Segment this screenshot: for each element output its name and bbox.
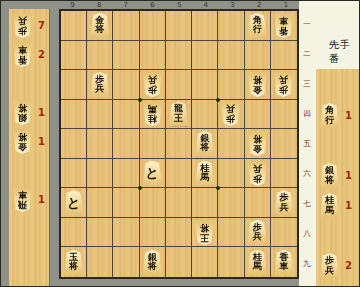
- rank-label: 二: [300, 49, 314, 59]
- square-6e[interactable]: [140, 129, 166, 159]
- square-9b[interactable]: [61, 41, 87, 71]
- piece-kanji: 行: [253, 25, 262, 35]
- piece-sente[interactable]: 桂馬: [319, 193, 340, 218]
- square-2e[interactable]: 金将: [245, 129, 271, 159]
- piece-sente[interactable]: 歩兵: [319, 253, 340, 278]
- square-7e[interactable]: [113, 129, 139, 159]
- gote-hand-tray: 歩兵7香車2銀将1金将1飛車1: [9, 9, 50, 287]
- star-point: [216, 186, 220, 190]
- square-3b[interactable]: [218, 41, 244, 71]
- piece-sente[interactable]: 玉将: [63, 250, 84, 275]
- square-1a[interactable]: 香車: [271, 11, 297, 41]
- piece-kanji: 将: [325, 176, 334, 186]
- rank-label: 七: [300, 199, 314, 209]
- square-9f[interactable]: [61, 159, 87, 189]
- piece-kanji: 歩: [279, 84, 288, 94]
- piece-kanji: 歩: [253, 173, 262, 183]
- file-label: 9: [59, 1, 86, 9]
- piece-kanji: 桂: [148, 114, 157, 124]
- square-7i[interactable]: [113, 247, 139, 277]
- piece-kanji: 兵: [253, 232, 262, 242]
- square-8f[interactable]: [87, 159, 113, 189]
- square-9h[interactable]: [61, 218, 87, 248]
- piece-kanji: 兵: [18, 16, 27, 26]
- square-4i[interactable]: [192, 247, 218, 277]
- square-9c[interactable]: [61, 70, 87, 100]
- rank-label: 三: [300, 79, 314, 89]
- piece-kanji: 兵: [279, 75, 288, 85]
- hand-count: 2: [345, 260, 352, 271]
- piece-kanji: 金: [18, 142, 27, 152]
- piece-kanji: 兵: [279, 203, 288, 213]
- piece-kanji: 馬: [253, 262, 262, 272]
- piece-kanji: 将: [148, 262, 157, 272]
- square-1f[interactable]: [271, 159, 297, 189]
- hand-slot-gote[interactable]: 香車2: [12, 42, 45, 67]
- piece-kanji: 車: [279, 262, 288, 272]
- square-1d[interactable]: [271, 100, 297, 130]
- hand-count: 1: [345, 110, 352, 121]
- square-1i[interactable]: 香車: [271, 247, 297, 277]
- square-9d[interactable]: [61, 100, 87, 130]
- piece-gote[interactable]: 金将: [247, 131, 268, 156]
- square-8b[interactable]: [87, 41, 113, 71]
- piece-kanji: 将: [253, 134, 262, 144]
- square-6a[interactable]: [140, 11, 166, 41]
- piece-gote[interactable]: 歩兵: [220, 101, 241, 126]
- star-point: [138, 186, 142, 190]
- piece-kanji: 車: [18, 45, 27, 55]
- piece-kanji: 歩: [148, 84, 157, 94]
- square-5e[interactable]: [166, 129, 192, 159]
- piece-gote[interactable]: 歩兵: [142, 72, 163, 97]
- hand-count: 1: [38, 107, 45, 118]
- piece-sente[interactable]: 角行: [247, 13, 268, 38]
- square-8c[interactable]: 歩兵: [87, 70, 113, 100]
- square-2d[interactable]: [245, 100, 271, 130]
- piece-sente[interactable]: 歩兵: [247, 220, 268, 245]
- star-point: [216, 98, 220, 102]
- hand-slot-sente[interactable]: 角行1: [319, 103, 352, 128]
- piece-sente[interactable]: 金将: [89, 13, 110, 38]
- rank-label: 四: [300, 109, 314, 119]
- piece-gote[interactable]: 銀将: [12, 100, 33, 125]
- piece-kanji: 将: [95, 25, 104, 35]
- piece-kanji: 金: [253, 84, 262, 94]
- piece-kanji: 車: [18, 190, 27, 200]
- square-6g[interactable]: [140, 188, 166, 218]
- piece-gote[interactable]: 歩兵: [247, 161, 268, 186]
- square-5i[interactable]: [166, 247, 192, 277]
- piece-kanji: 馬: [148, 104, 157, 114]
- piece-gote[interactable]: 歩兵: [273, 72, 294, 97]
- file-label: 1: [272, 1, 299, 9]
- piece-sente[interactable]: 桂馬: [247, 250, 268, 275]
- file-label: 7: [112, 1, 139, 9]
- square-6i[interactable]: 銀将: [140, 247, 166, 277]
- piece-gote[interactable]: 飛車: [12, 187, 33, 212]
- square-7g[interactable]: [113, 188, 139, 218]
- file-label: 3: [219, 1, 246, 9]
- piece-kanji: 王: [174, 114, 183, 124]
- hand-slot-gote[interactable]: 銀将1: [12, 100, 45, 125]
- piece-kanji: 飛: [18, 200, 27, 210]
- square-3h[interactable]: [218, 218, 244, 248]
- square-3e[interactable]: [218, 129, 244, 159]
- rank-label: 八: [300, 229, 314, 239]
- piece-kanji: 将: [18, 132, 27, 142]
- piece-kanji: 将: [200, 223, 209, 233]
- piece-kanji: 行: [325, 116, 334, 126]
- hand-count: 1: [345, 170, 352, 181]
- rank-label: 九: [300, 259, 314, 269]
- square-2a[interactable]: 角行: [245, 11, 271, 41]
- piece-kanji: 将: [253, 75, 262, 85]
- piece-gote[interactable]: 歩兵: [12, 13, 33, 38]
- shogi-app: 歩兵7香車2銀将1金将1飛車1 角行1銀将1桂馬1歩兵2 金将角行香車歩兵歩兵金…: [0, 0, 360, 287]
- square-7b[interactable]: [113, 41, 139, 71]
- square-3c[interactable]: [218, 70, 244, 100]
- square-4b[interactable]: [192, 41, 218, 71]
- square-8a[interactable]: 金将: [87, 11, 113, 41]
- piece-kanji: 歩: [18, 26, 27, 36]
- square-6f[interactable]: と: [140, 159, 166, 189]
- square-6h[interactable]: [140, 218, 166, 248]
- hand-count: 1: [38, 194, 45, 205]
- piece-kanji: 兵: [148, 75, 157, 85]
- hand-slot-gote[interactable]: 金将1: [12, 129, 45, 154]
- hand-slot-sente[interactable]: 銀将1: [319, 163, 352, 188]
- file-label: 8: [86, 1, 113, 9]
- square-4c[interactable]: [192, 70, 218, 100]
- square-2i[interactable]: 桂馬: [245, 247, 271, 277]
- hand-slot-gote[interactable]: 歩兵7: [12, 13, 45, 38]
- square-7a[interactable]: [113, 11, 139, 41]
- piece-kanji: 兵: [226, 104, 235, 114]
- piece-sente[interactable]: 香車: [273, 250, 294, 275]
- piece-sente[interactable]: 銀将: [319, 163, 340, 188]
- hand-slot-sente[interactable]: 桂馬1: [319, 193, 352, 218]
- square-7h[interactable]: [113, 218, 139, 248]
- star-point: [138, 98, 142, 102]
- piece-sente[interactable]: 銀将: [194, 131, 215, 156]
- square-3d[interactable]: 歩兵: [218, 100, 244, 130]
- square-9g[interactable]: と: [61, 188, 87, 218]
- square-5a[interactable]: [166, 11, 192, 41]
- piece-sente[interactable]: 龍王: [168, 101, 189, 126]
- square-9a[interactable]: [61, 11, 87, 41]
- piece-kanji: 金: [253, 143, 262, 153]
- square-3i[interactable]: [218, 247, 244, 277]
- square-6d[interactable]: 桂馬: [140, 100, 166, 130]
- file-label: 4: [192, 1, 219, 9]
- piece-sente[interactable]: 歩兵: [273, 190, 294, 215]
- rank-label: 六: [300, 169, 314, 179]
- square-7c[interactable]: [113, 70, 139, 100]
- square-5b[interactable]: [166, 41, 192, 71]
- turn-indicator: 先手番: [329, 38, 359, 66]
- piece-kanji: 馬: [200, 173, 209, 183]
- hand-count: 2: [38, 49, 45, 60]
- piece-sente[interactable]: 桂馬: [194, 161, 215, 186]
- piece-sente[interactable]: 角行: [319, 103, 340, 128]
- shogi-board: 金将角行香車歩兵歩兵金将歩兵桂馬龍王歩兵銀将金将と桂馬歩兵と歩兵王将歩兵玉将銀将…: [59, 9, 299, 279]
- piece-kanji: と: [67, 196, 80, 210]
- square-8e[interactable]: [87, 129, 113, 159]
- piece-gote[interactable]: 桂馬: [142, 101, 163, 126]
- piece-kanji: 香: [279, 25, 288, 35]
- square-5c[interactable]: [166, 70, 192, 100]
- piece-gote[interactable]: 香車: [12, 42, 33, 67]
- square-9i[interactable]: 玉将: [61, 247, 87, 277]
- piece-kanji: 車: [279, 16, 288, 26]
- piece-kanji: 兵: [95, 84, 104, 94]
- piece-kanji: 香: [18, 55, 27, 65]
- square-1c[interactable]: 歩兵: [271, 70, 297, 100]
- piece-sente[interactable]: と: [142, 161, 163, 186]
- square-4d[interactable]: [192, 100, 218, 130]
- square-2h[interactable]: 歩兵: [245, 218, 271, 248]
- piece-gote[interactable]: 王将: [194, 220, 215, 245]
- piece-kanji: 馬: [325, 206, 334, 216]
- rank-label: 五: [300, 139, 314, 149]
- square-2b[interactable]: [245, 41, 271, 71]
- piece-gote[interactable]: 金将: [12, 129, 33, 154]
- file-label: 5: [166, 1, 193, 9]
- square-4f[interactable]: 桂馬: [192, 159, 218, 189]
- sente-hand-tray: 角行1銀将1桂馬1歩兵2: [316, 69, 360, 287]
- square-8i[interactable]: [87, 247, 113, 277]
- piece-gote[interactable]: 香車: [273, 13, 294, 38]
- hand-slot-gote[interactable]: 飛車1: [12, 187, 45, 212]
- square-6c[interactable]: 歩兵: [140, 70, 166, 100]
- piece-kanji: 王: [200, 232, 209, 242]
- square-3a[interactable]: [218, 11, 244, 41]
- square-8g[interactable]: [87, 188, 113, 218]
- piece-kanji: 歩: [226, 114, 235, 124]
- square-1h[interactable]: [271, 218, 297, 248]
- piece-kanji: 将: [69, 262, 78, 272]
- piece-kanji: 将: [200, 143, 209, 153]
- hand-count: 1: [345, 200, 352, 211]
- square-7d[interactable]: [113, 100, 139, 130]
- square-8d[interactable]: [87, 100, 113, 130]
- file-label: 6: [139, 1, 166, 9]
- square-2f[interactable]: 歩兵: [245, 159, 271, 189]
- square-8h[interactable]: [87, 218, 113, 248]
- hand-slot-sente[interactable]: 歩兵2: [319, 253, 352, 278]
- square-6b[interactable]: [140, 41, 166, 71]
- piece-kanji: 銀: [18, 113, 27, 123]
- square-5g[interactable]: [166, 188, 192, 218]
- square-5h[interactable]: [166, 218, 192, 248]
- square-1g[interactable]: 歩兵: [271, 188, 297, 218]
- piece-sente[interactable]: 銀将: [142, 250, 163, 275]
- piece-sente[interactable]: 歩兵: [89, 72, 110, 97]
- square-5f[interactable]: [166, 159, 192, 189]
- square-7f[interactable]: [113, 159, 139, 189]
- square-3f[interactable]: [218, 159, 244, 189]
- square-5d[interactable]: 龍王: [166, 100, 192, 130]
- square-1b[interactable]: [271, 41, 297, 71]
- square-4g[interactable]: [192, 188, 218, 218]
- file-label: 2: [246, 1, 273, 9]
- piece-gote[interactable]: 金将: [247, 72, 268, 97]
- piece-sente[interactable]: と: [63, 190, 84, 215]
- square-1e[interactable]: [271, 129, 297, 159]
- rank-label: 一: [300, 19, 314, 29]
- piece-kanji: 兵: [325, 266, 334, 276]
- piece-kanji: 将: [18, 103, 27, 113]
- square-2c[interactable]: 金将: [245, 70, 271, 100]
- square-4h[interactable]: 王将: [192, 218, 218, 248]
- hand-count: 1: [38, 136, 45, 147]
- square-2g[interactable]: [245, 188, 271, 218]
- piece-kanji: 兵: [253, 164, 262, 174]
- hand-count: 7: [38, 20, 45, 31]
- square-9e[interactable]: [61, 129, 87, 159]
- square-3g[interactable]: [218, 188, 244, 218]
- square-4a[interactable]: [192, 11, 218, 41]
- square-4e[interactable]: 銀将: [192, 129, 218, 159]
- piece-kanji: と: [146, 166, 159, 180]
